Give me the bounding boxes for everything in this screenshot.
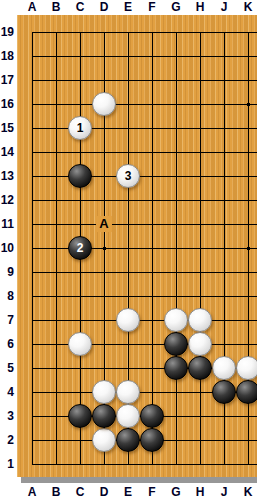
coordinate-bottom-K: K [239, 485, 257, 499]
coordinate-bottom-E: E [119, 485, 137, 499]
coordinate-top-D: D [95, 0, 113, 14]
grid-line-v [152, 32, 153, 465]
white-stone-G7[interactable] [164, 308, 188, 332]
coordinate-left-2: 2 [0, 433, 14, 447]
coordinate-bottom-B: B [47, 485, 65, 499]
coordinate-bottom-A: A [23, 485, 41, 499]
black-stone-G6[interactable] [164, 332, 188, 356]
coordinate-left-8: 8 [0, 289, 14, 303]
black-stone-C10[interactable]: 2 [68, 236, 92, 260]
point-label-A[interactable]: A [96, 216, 112, 232]
coordinate-top-A: A [23, 0, 41, 14]
coordinate-left-1: 1 [0, 457, 14, 471]
black-stone-D3[interactable] [92, 404, 116, 428]
coordinate-left-15: 15 [0, 121, 14, 135]
coordinate-bottom-D: D [95, 485, 113, 499]
coordinate-top-B: B [47, 0, 65, 14]
coordinate-left-17: 17 [0, 73, 14, 87]
coordinate-left-7: 7 [0, 313, 14, 327]
coordinate-left-19: 19 [0, 25, 14, 39]
black-stone-F2[interactable] [140, 428, 164, 452]
grid-line-v [176, 32, 177, 465]
coordinate-bottom-C: C [71, 485, 89, 499]
star-point [247, 103, 250, 106]
coordinate-left-14: 14 [0, 145, 14, 159]
white-stone-H6[interactable] [188, 332, 212, 356]
coordinate-top-C: C [71, 0, 89, 14]
black-stone-H5[interactable] [188, 356, 212, 380]
grid-line-v [32, 32, 33, 465]
star-point [247, 247, 250, 250]
black-stone-G5[interactable] [164, 356, 188, 380]
white-stone-H7[interactable] [188, 308, 212, 332]
grid-line-v [56, 32, 57, 465]
board-shadow [21, 477, 257, 483]
black-stone-E2[interactable] [116, 428, 140, 452]
white-stone-E13[interactable]: 3 [116, 164, 140, 188]
coordinate-bottom-F: F [143, 485, 161, 499]
coordinate-left-11: 11 [0, 217, 14, 231]
black-stone-F3[interactable] [140, 404, 164, 428]
star-point [103, 247, 106, 250]
coordinate-top-J: J [215, 0, 233, 14]
coordinate-bottom-G: G [167, 485, 185, 499]
black-stone-C13[interactable] [68, 164, 92, 188]
coordinate-left-5: 5 [0, 361, 14, 375]
coordinate-left-10: 10 [0, 241, 14, 255]
coordinate-left-13: 13 [0, 169, 14, 183]
coordinate-left-4: 4 [0, 385, 14, 399]
white-stone-C6[interactable] [68, 332, 92, 356]
coordinate-top-K: K [239, 0, 257, 14]
coordinate-left-9: 9 [0, 265, 14, 279]
go-diagram: A132AABBCCDDEEFFGGHHJJKK1918171615141312… [0, 0, 257, 500]
coordinate-top-G: G [167, 0, 185, 14]
white-stone-C15[interactable]: 1 [68, 116, 92, 140]
white-stone-D4[interactable] [92, 380, 116, 404]
coordinate-top-E: E [119, 0, 137, 14]
white-stone-D2[interactable] [92, 428, 116, 452]
grid-line-v [200, 32, 201, 465]
white-stone-D16[interactable] [92, 92, 116, 116]
black-stone-K4[interactable] [236, 380, 257, 404]
coordinate-left-16: 16 [0, 97, 14, 111]
coordinate-top-H: H [191, 0, 209, 14]
black-stone-J4[interactable] [212, 380, 236, 404]
coordinate-top-F: F [143, 0, 161, 14]
white-stone-K5[interactable] [236, 356, 257, 380]
white-stone-J5[interactable] [212, 356, 236, 380]
white-stone-E4[interactable] [116, 380, 140, 404]
coordinate-left-12: 12 [0, 193, 14, 207]
coordinate-bottom-J: J [215, 485, 233, 499]
black-stone-C3[interactable] [68, 404, 92, 428]
white-stone-E7[interactable] [116, 308, 140, 332]
coordinate-left-6: 6 [0, 337, 14, 351]
coordinate-left-3: 3 [0, 409, 14, 423]
coordinate-left-18: 18 [0, 49, 14, 63]
white-stone-E3[interactable] [116, 404, 140, 428]
coordinate-bottom-H: H [191, 485, 209, 499]
